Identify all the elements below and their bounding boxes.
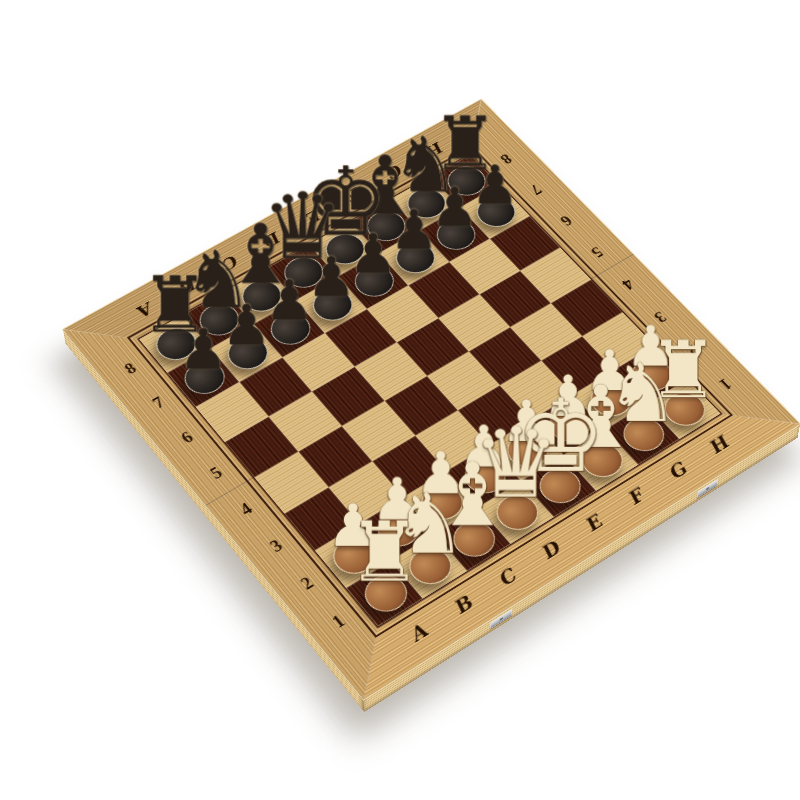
- chess-board: ♜♞♝♛♚♝♞♜♟♟♟♟♟♟♟♟♟♟♟♟♟♟♟♟♜♞♝♛♚♝♞♜ 8877665…: [63, 99, 800, 699]
- white-rook[interactable]: ♜: [340, 511, 429, 593]
- board-top-face: ♜♞♝♛♚♝♞♜♟♟♟♟♟♟♟♟♟♟♟♟♟♟♟♟♜♞♝♛♚♝♞♜ 8877665…: [63, 99, 800, 699]
- square-b6[interactable]: [239, 357, 311, 416]
- photo-scene: ♜♞♝♛♚♝♞♜♟♟♟♟♟♟♟♟♟♟♟♟♟♟♟♟♜♞♝♛♚♝♞♜ 8877665…: [0, 0, 800, 800]
- black-pawn[interactable]: ♟: [161, 321, 245, 377]
